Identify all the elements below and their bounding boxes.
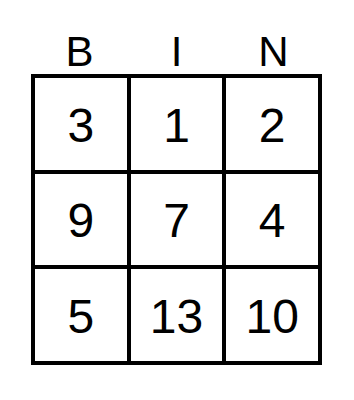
column-header-i: I xyxy=(128,25,225,74)
bingo-cell-r2c2[interactable]: 7 xyxy=(131,174,223,266)
bingo-cell-r3c1[interactable]: 5 xyxy=(35,269,127,361)
bingo-cell-r3c3[interactable]: 10 xyxy=(226,269,318,361)
bingo-card: B I N 3 1 2 9 7 4 5 13 10 xyxy=(31,25,322,365)
column-header-b: B xyxy=(31,25,128,74)
bingo-cell-r2c1[interactable]: 9 xyxy=(35,174,127,266)
bingo-cell-r2c3[interactable]: 4 xyxy=(226,174,318,266)
bingo-grid: 3 1 2 9 7 4 5 13 10 xyxy=(31,74,322,365)
bingo-cell-r3c2[interactable]: 13 xyxy=(131,269,223,361)
bingo-cell-r1c1[interactable]: 3 xyxy=(35,78,127,170)
column-headers: B I N xyxy=(31,25,322,74)
column-header-n: N xyxy=(225,25,322,74)
bingo-cell-r1c2[interactable]: 1 xyxy=(131,78,223,170)
bingo-cell-r1c3[interactable]: 2 xyxy=(226,78,318,170)
